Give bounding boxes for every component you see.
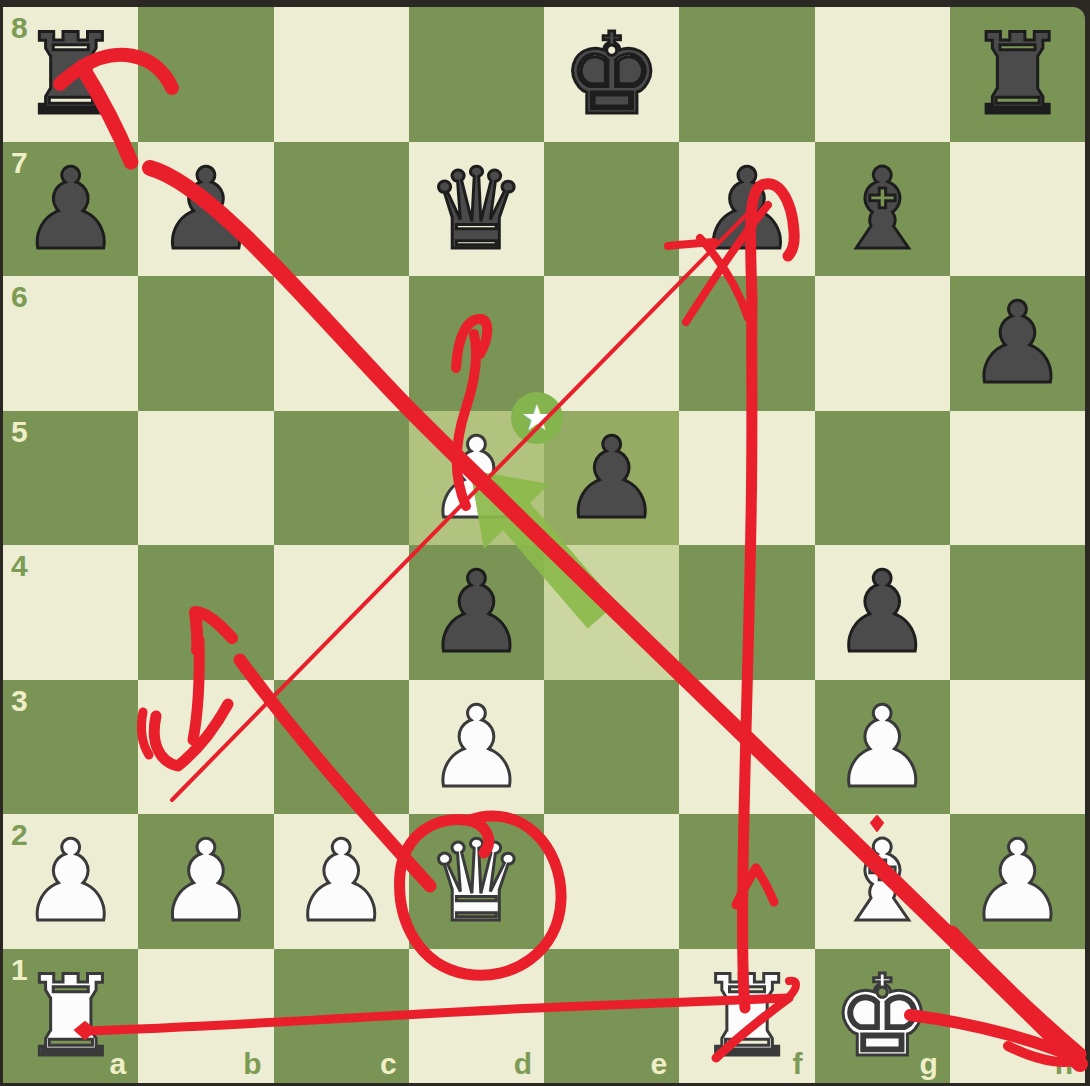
square-h1[interactable]: h bbox=[950, 949, 1085, 1084]
square-h7[interactable] bbox=[950, 142, 1085, 277]
square-c4[interactable] bbox=[274, 545, 409, 680]
square-a2[interactable]: 2♟ bbox=[3, 814, 138, 949]
white-pawn-b2[interactable]: ♟ bbox=[138, 814, 273, 949]
black-rook-h8[interactable]: ♜ bbox=[950, 7, 1085, 142]
white-pawn-h2[interactable]: ♟ bbox=[950, 814, 1085, 949]
square-f3[interactable] bbox=[679, 680, 814, 815]
square-b2[interactable]: ♟ bbox=[138, 814, 273, 949]
rank-label-3: 3 bbox=[11, 686, 28, 716]
chess-board[interactable]: 8♜♚♜7♟♟♛♟♝6♟5♟♟4♟♟3♟♟2♟♟♟♛♝♟1a♜bcdef♜g♚h bbox=[3, 7, 1085, 1083]
file-label-b: b bbox=[243, 1049, 261, 1079]
square-g1[interactable]: g♚ bbox=[815, 949, 950, 1084]
file-label-d: d bbox=[514, 1049, 532, 1079]
square-f8[interactable] bbox=[679, 7, 814, 142]
square-d1[interactable]: d bbox=[409, 949, 544, 1084]
square-e8[interactable]: ♚ bbox=[544, 7, 679, 142]
square-f7[interactable]: ♟ bbox=[679, 142, 814, 277]
square-h4[interactable] bbox=[950, 545, 1085, 680]
best-move-star-badge: ★ bbox=[511, 392, 563, 444]
black-pawn-f7[interactable]: ♟ bbox=[679, 142, 814, 277]
square-g2[interactable]: ♝ bbox=[815, 814, 950, 949]
square-b6[interactable] bbox=[138, 276, 273, 411]
square-c8[interactable] bbox=[274, 7, 409, 142]
square-a5[interactable]: 5 bbox=[3, 411, 138, 546]
square-f5[interactable] bbox=[679, 411, 814, 546]
black-queen-d7[interactable]: ♛ bbox=[409, 142, 544, 277]
square-h6[interactable]: ♟ bbox=[950, 276, 1085, 411]
square-b1[interactable]: b bbox=[138, 949, 273, 1084]
square-h8[interactable]: ♜ bbox=[950, 7, 1085, 142]
square-g6[interactable] bbox=[815, 276, 950, 411]
square-c7[interactable] bbox=[274, 142, 409, 277]
square-d2[interactable]: ♛ bbox=[409, 814, 544, 949]
white-pawn-a2[interactable]: ♟ bbox=[3, 814, 138, 949]
square-c5[interactable] bbox=[274, 411, 409, 546]
white-king-g1[interactable]: ♚ bbox=[815, 949, 950, 1084]
square-d3[interactable]: ♟ bbox=[409, 680, 544, 815]
square-e5[interactable]: ♟ bbox=[544, 411, 679, 546]
square-h5[interactable] bbox=[950, 411, 1085, 546]
square-a4[interactable]: 4 bbox=[3, 545, 138, 680]
star-icon: ★ bbox=[521, 400, 553, 436]
square-g3[interactable]: ♟ bbox=[815, 680, 950, 815]
square-b4[interactable] bbox=[138, 545, 273, 680]
file-label-c: c bbox=[380, 1049, 397, 1079]
square-d8[interactable] bbox=[409, 7, 544, 142]
square-h2[interactable]: ♟ bbox=[950, 814, 1085, 949]
square-e2[interactable] bbox=[544, 814, 679, 949]
square-f4[interactable] bbox=[679, 545, 814, 680]
square-g5[interactable] bbox=[815, 411, 950, 546]
square-h3[interactable] bbox=[950, 680, 1085, 815]
square-d7[interactable]: ♛ bbox=[409, 142, 544, 277]
square-b8[interactable] bbox=[138, 7, 273, 142]
black-pawn-b7[interactable]: ♟ bbox=[138, 142, 273, 277]
square-f2[interactable] bbox=[679, 814, 814, 949]
white-rook-f1[interactable]: ♜ bbox=[679, 949, 814, 1084]
square-b7[interactable]: ♟ bbox=[138, 142, 273, 277]
rank-label-4: 4 bbox=[11, 551, 28, 581]
square-e3[interactable] bbox=[544, 680, 679, 815]
square-c2[interactable]: ♟ bbox=[274, 814, 409, 949]
square-b5[interactable] bbox=[138, 411, 273, 546]
black-rook-a8[interactable]: ♜ bbox=[3, 7, 138, 142]
square-e7[interactable] bbox=[544, 142, 679, 277]
white-pawn-g3[interactable]: ♟ bbox=[815, 680, 950, 815]
rank-label-5: 5 bbox=[11, 417, 28, 447]
file-label-h: h bbox=[1055, 1049, 1073, 1079]
square-a6[interactable]: 6 bbox=[3, 276, 138, 411]
rank-label-6: 6 bbox=[11, 282, 28, 312]
white-rook-a1[interactable]: ♜ bbox=[3, 949, 138, 1084]
white-bishop-g2[interactable]: ♝ bbox=[815, 814, 950, 949]
square-c1[interactable]: c bbox=[274, 949, 409, 1084]
white-queen-d2[interactable]: ♛ bbox=[409, 814, 544, 949]
black-pawn-d4[interactable]: ♟ bbox=[409, 545, 544, 680]
black-pawn-e5[interactable]: ♟ bbox=[544, 411, 679, 546]
square-c3[interactable] bbox=[274, 680, 409, 815]
square-g7[interactable]: ♝ bbox=[815, 142, 950, 277]
square-g4[interactable]: ♟ bbox=[815, 545, 950, 680]
square-c6[interactable] bbox=[274, 276, 409, 411]
square-b3[interactable] bbox=[138, 680, 273, 815]
square-f1[interactable]: f♜ bbox=[679, 949, 814, 1084]
square-d6[interactable] bbox=[409, 276, 544, 411]
white-pawn-d3[interactable]: ♟ bbox=[409, 680, 544, 815]
black-pawn-g4[interactable]: ♟ bbox=[815, 545, 950, 680]
square-f6[interactable] bbox=[679, 276, 814, 411]
square-g8[interactable] bbox=[815, 7, 950, 142]
square-a8[interactable]: 8♜ bbox=[3, 7, 138, 142]
black-bishop-g7[interactable]: ♝ bbox=[815, 142, 950, 277]
square-a1[interactable]: 1a♜ bbox=[3, 949, 138, 1084]
file-label-e: e bbox=[651, 1049, 668, 1079]
square-a3[interactable]: 3 bbox=[3, 680, 138, 815]
square-e6[interactable] bbox=[544, 276, 679, 411]
square-e1[interactable]: e bbox=[544, 949, 679, 1084]
square-e4[interactable] bbox=[544, 545, 679, 680]
square-d4[interactable]: ♟ bbox=[409, 545, 544, 680]
square-a7[interactable]: 7♟ bbox=[3, 142, 138, 277]
chess-analysis-screenshot: 8♜♚♜7♟♟♛♟♝6♟5♟♟4♟♟3♟♟2♟♟♟♛♝♟1a♜bcdef♜g♚h… bbox=[0, 0, 1090, 1086]
black-pawn-h6[interactable]: ♟ bbox=[950, 276, 1085, 411]
black-king-e8[interactable]: ♚ bbox=[544, 7, 679, 142]
black-pawn-a7[interactable]: ♟ bbox=[3, 142, 138, 277]
white-pawn-c2[interactable]: ♟ bbox=[274, 814, 409, 949]
